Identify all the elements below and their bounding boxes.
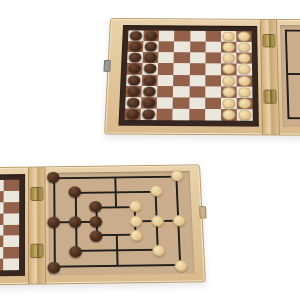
checkers-square — [236, 75, 252, 86]
light-checker-piece[interactable] — [222, 98, 235, 109]
checkers-square — [221, 86, 237, 97]
morris-board-empty — [280, 25, 300, 128]
dark-morris-piece[interactable] — [68, 216, 81, 228]
checkers-square — [3, 224, 19, 236]
light-morris-piece[interactable] — [130, 229, 143, 241]
light-morris-piece[interactable] — [130, 215, 143, 227]
checkers-square — [173, 86, 189, 97]
dark-morris-piece[interactable] — [90, 216, 103, 228]
checkers-square — [143, 52, 159, 63]
checkers-square — [221, 98, 237, 110]
checkers-square — [190, 42, 206, 53]
checkers-square — [3, 213, 19, 224]
checkers-square — [3, 236, 19, 248]
checkers-square — [174, 63, 190, 74]
checkers-square — [125, 97, 141, 109]
bottom-box-checkers-half-partial — [0, 168, 28, 286]
checkers-board[interactable] — [125, 30, 253, 120]
checkers-square — [236, 53, 252, 64]
checkers-square — [189, 97, 205, 109]
checkers-square — [141, 86, 157, 97]
checkers-square — [127, 52, 143, 63]
checkers-square — [205, 86, 221, 97]
light-checker-piece[interactable] — [238, 110, 251, 121]
checkers-square — [128, 30, 144, 41]
checkers-square — [141, 97, 157, 109]
light-morris-piece[interactable] — [130, 201, 143, 212]
dark-checker-piece[interactable] — [143, 98, 156, 108]
light-checker-piece[interactable] — [222, 32, 234, 42]
checkers-board-border — [118, 25, 258, 127]
checkers-square — [221, 64, 237, 75]
top-box-morris-half-partial — [277, 20, 300, 136]
dark-checker-piece[interactable] — [127, 86, 140, 96]
checkers-square — [3, 259, 19, 271]
dark-checker-piece[interactable] — [144, 53, 157, 63]
checkers-square — [221, 109, 237, 121]
checkers-square — [205, 42, 221, 53]
checkers-square — [127, 63, 143, 74]
checkers-square — [205, 53, 221, 64]
light-checker-piece[interactable] — [222, 87, 235, 97]
dark-checker-piece[interactable] — [128, 75, 141, 85]
checkers-square — [189, 64, 205, 75]
dark-checker-piece[interactable] — [143, 75, 156, 85]
checkers-square — [205, 75, 221, 86]
checkers-square — [221, 42, 237, 53]
light-morris-piece[interactable] — [173, 214, 186, 226]
light-morris-piece[interactable] — [174, 260, 187, 272]
nine-mens-morris-board[interactable] — [53, 176, 181, 268]
checkers-square — [128, 41, 144, 52]
checkers-square — [159, 41, 175, 52]
light-morris-piece[interactable] — [171, 170, 184, 181]
checkers-square — [125, 108, 141, 120]
top-box-checkers-open — [104, 18, 300, 137]
checkers-square — [126, 74, 142, 85]
checkers-square — [237, 109, 253, 121]
clasp-latch-icon — [199, 206, 206, 218]
checkers-square — [158, 52, 174, 63]
dark-checker-piece[interactable] — [145, 42, 158, 52]
light-checker-piece[interactable] — [238, 64, 251, 74]
checkers-square — [236, 42, 252, 53]
dark-checker-piece[interactable] — [129, 42, 142, 52]
checkers-square — [4, 191, 20, 202]
product-photo-game-set — [0, 0, 300, 300]
light-checker-piece[interactable] — [222, 64, 235, 74]
checkers-square — [236, 31, 252, 42]
bottom-box-morris-open — [0, 164, 206, 287]
morris-board-surface — [48, 171, 194, 276]
checkers-square — [158, 63, 174, 74]
dark-morris-piece[interactable] — [47, 262, 60, 274]
checkers-square — [174, 31, 190, 42]
hinge-icon — [264, 89, 277, 103]
checkers-square — [237, 98, 253, 110]
checkers-square — [173, 97, 189, 109]
checkers-square — [205, 31, 220, 42]
checkers-square — [157, 86, 173, 97]
checkers-square — [157, 97, 173, 109]
checkers-square — [190, 31, 206, 42]
dark-checker-piece[interactable] — [129, 53, 142, 63]
checkers-square — [142, 63, 158, 74]
checkers-square — [237, 86, 253, 97]
checkers-square — [141, 108, 157, 120]
checkers-square — [159, 31, 175, 42]
light-checker-piece[interactable] — [222, 110, 235, 121]
dark-checker-piece[interactable] — [142, 109, 155, 120]
checkers-square — [173, 109, 189, 121]
hinge-icon — [263, 34, 276, 47]
light-morris-piece[interactable] — [150, 185, 163, 196]
checkers-board-empty — [0, 180, 19, 272]
checkers-square — [205, 97, 221, 109]
checkers-square — [4, 180, 20, 191]
checkers-square — [143, 41, 159, 52]
dark-morris-piece[interactable] — [69, 246, 82, 258]
checkers-square — [157, 109, 173, 121]
checkers-square — [189, 109, 205, 121]
checkers-square — [205, 109, 221, 121]
light-checker-piece[interactable] — [238, 87, 251, 97]
checkers-square — [143, 31, 159, 42]
light-checker-piece[interactable] — [238, 42, 251, 52]
checkers-square — [205, 64, 221, 75]
light-checker-piece[interactable] — [238, 32, 251, 42]
checkers-square — [173, 75, 189, 86]
light-checker-piece[interactable] — [222, 53, 235, 63]
hinge-icon — [30, 187, 43, 201]
morris-square-line — [285, 30, 300, 120]
checkers-square — [126, 86, 142, 97]
checkers-square — [158, 74, 174, 85]
dark-checker-piece[interactable] — [126, 109, 139, 120]
top-box-checkers-half — [105, 19, 262, 135]
hinge-icon — [30, 243, 43, 258]
checkers-square — [3, 202, 19, 213]
light-checker-piece[interactable] — [222, 75, 235, 85]
checkers-square — [221, 75, 237, 86]
bottom-hinge-strip — [28, 167, 46, 283]
checkers-square — [190, 53, 206, 64]
bottom-box-morris-half — [45, 165, 204, 283]
checkers-square — [189, 75, 205, 86]
light-checker-piece[interactable] — [238, 76, 251, 86]
clasp-latch-icon — [103, 60, 110, 72]
dark-checker-piece[interactable] — [144, 64, 157, 74]
morris-arm-line — [286, 73, 300, 75]
dark-checker-piece[interactable] — [127, 97, 140, 107]
dark-checker-piece[interactable] — [143, 86, 156, 96]
light-checker-piece[interactable] — [238, 53, 251, 63]
dark-morris-piece[interactable] — [68, 186, 81, 197]
dark-checker-piece[interactable] — [128, 64, 141, 74]
dark-checker-piece[interactable] — [130, 31, 143, 41]
checkers-square — [174, 42, 190, 53]
dark-checker-piece[interactable] — [145, 31, 158, 41]
checkers-square — [142, 74, 158, 85]
light-checker-piece[interactable] — [238, 98, 251, 109]
checkers-square — [221, 53, 237, 64]
light-checker-piece[interactable] — [222, 42, 235, 52]
checkers-square — [189, 86, 205, 97]
checkers-square — [236, 64, 252, 75]
light-morris-piece[interactable] — [151, 215, 164, 227]
checkers-board-border — [0, 174, 25, 278]
checkers-square — [221, 31, 236, 42]
checkers-square — [3, 247, 19, 259]
light-morris-piece[interactable] — [152, 245, 165, 257]
checkers-square — [174, 52, 190, 63]
